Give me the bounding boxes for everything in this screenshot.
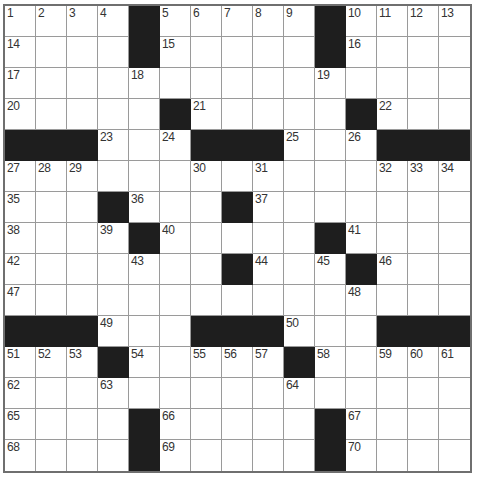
block-r5c15	[439, 130, 470, 161]
clue-number: 52	[38, 347, 51, 361]
cell-r11c12[interactable]	[346, 316, 377, 347]
cell-r6c7[interactable]: 30	[191, 161, 222, 192]
cell-r13c10[interactable]: 64	[284, 378, 315, 409]
block-r15c11	[315, 440, 346, 471]
cell-r6c6[interactable]	[160, 161, 191, 192]
cell-r14c2[interactable]	[36, 409, 67, 440]
block-r11c7	[191, 316, 222, 347]
cell-r7c3[interactable]	[67, 192, 98, 223]
cell-r5c6[interactable]: 24	[160, 130, 191, 161]
cell-r12c2[interactable]: 52	[36, 347, 67, 378]
clue-number: 21	[193, 99, 206, 113]
cell-r12c12[interactable]	[346, 347, 377, 378]
cell-r6c4[interactable]	[98, 161, 129, 192]
clue-number: 54	[131, 347, 144, 361]
cell-r10c7[interactable]	[191, 285, 222, 316]
cell-r15c4[interactable]	[98, 440, 129, 471]
cell-r2c4[interactable]	[98, 37, 129, 68]
clue-number: 44	[255, 254, 268, 268]
cell-r8c9[interactable]	[253, 223, 284, 254]
clue-number: 46	[379, 254, 392, 268]
clue-number: 63	[100, 378, 113, 392]
cell-r10c2[interactable]	[36, 285, 67, 316]
cell-r14c4[interactable]	[98, 409, 129, 440]
cell-r14c15[interactable]	[439, 409, 470, 440]
cell-r8c3[interactable]	[67, 223, 98, 254]
block-r7c4	[98, 192, 129, 223]
block-r4c6	[160, 99, 191, 130]
block-r11c13	[377, 316, 408, 347]
cell-r1c15[interactable]: 13	[439, 6, 470, 37]
clue-number: 45	[317, 254, 330, 268]
clue-number: 22	[379, 99, 392, 113]
cell-r6c2[interactable]: 28	[36, 161, 67, 192]
block-r15c5	[129, 440, 160, 471]
cell-r7c1[interactable]: 35	[5, 192, 36, 223]
cell-r15c10[interactable]	[284, 440, 315, 471]
clue-number: 38	[7, 223, 20, 237]
cell-r10c5[interactable]	[129, 285, 160, 316]
cell-r10c9[interactable]	[253, 285, 284, 316]
block-r1c11	[315, 6, 346, 37]
block-r11c9	[253, 316, 284, 347]
cell-r1c8[interactable]: 7	[222, 6, 253, 37]
cell-r14c9[interactable]	[253, 409, 284, 440]
cell-r15c7[interactable]	[191, 440, 222, 471]
clue-number: 19	[317, 68, 330, 82]
clue-number: 24	[162, 130, 175, 144]
cell-r7c15[interactable]	[439, 192, 470, 223]
cell-r4c7[interactable]: 21	[191, 99, 222, 130]
cell-r2c7[interactable]	[191, 37, 222, 68]
cell-r1c3[interactable]: 3	[67, 6, 98, 37]
cell-r6c9[interactable]: 31	[253, 161, 284, 192]
clue-number: 20	[7, 99, 20, 113]
cell-r3c7[interactable]	[191, 68, 222, 99]
cell-r1c7[interactable]: 6	[191, 6, 222, 37]
cell-r4c10[interactable]	[284, 99, 315, 130]
block-r5c8	[222, 130, 253, 161]
clue-number: 68	[7, 440, 20, 454]
cell-r3c5[interactable]: 18	[129, 68, 160, 99]
cell-r9c15[interactable]	[439, 254, 470, 285]
cell-r7c14[interactable]	[408, 192, 439, 223]
clue-number: 60	[410, 347, 423, 361]
block-r9c12	[346, 254, 377, 285]
block-r5c1	[5, 130, 36, 161]
clue-number: 70	[348, 440, 361, 454]
block-r5c7	[191, 130, 222, 161]
cell-r5c10[interactable]: 25	[284, 130, 315, 161]
clue-number: 27	[7, 161, 20, 175]
cell-r8c10[interactable]	[284, 223, 315, 254]
clue-number: 12	[410, 6, 423, 20]
cell-r4c5[interactable]	[129, 99, 160, 130]
clue-number: 32	[379, 161, 392, 175]
clue-number: 50	[286, 316, 299, 330]
cell-r13c14[interactable]	[408, 378, 439, 409]
cell-r15c1[interactable]: 68	[5, 440, 36, 471]
clue-number: 11	[379, 6, 391, 20]
cell-r15c13[interactable]	[377, 440, 408, 471]
cell-r10c6[interactable]	[160, 285, 191, 316]
clue-number: 33	[410, 161, 423, 175]
cell-r4c14[interactable]	[408, 99, 439, 130]
cell-r2c10[interactable]	[284, 37, 315, 68]
block-r14c5	[129, 409, 160, 440]
cell-r9c13[interactable]: 46	[377, 254, 408, 285]
clue-number: 57	[255, 347, 268, 361]
clue-number: 37	[255, 192, 268, 206]
cell-r13c7[interactable]	[191, 378, 222, 409]
clue-number: 5	[162, 6, 168, 20]
clue-number: 39	[100, 223, 113, 237]
cell-r13c3[interactable]	[67, 378, 98, 409]
cell-r7c10[interactable]	[284, 192, 315, 223]
cell-r11c4[interactable]: 49	[98, 316, 129, 347]
cell-r11c5[interactable]	[129, 316, 160, 347]
cell-r12c11[interactable]: 58	[315, 347, 346, 378]
clue-number: 41	[348, 223, 361, 237]
cell-r2c3[interactable]	[67, 37, 98, 68]
cell-r1c2[interactable]: 2	[36, 6, 67, 37]
cell-r12c6[interactable]	[160, 347, 191, 378]
cell-r15c9[interactable]	[253, 440, 284, 471]
cell-r1c6[interactable]: 5	[160, 6, 191, 37]
block-r1c5	[129, 6, 160, 37]
clue-number: 9	[286, 6, 292, 20]
cell-r8c14[interactable]	[408, 223, 439, 254]
clue-number: 16	[348, 37, 361, 51]
cell-r13c15[interactable]	[439, 378, 470, 409]
cell-r12c9[interactable]: 57	[253, 347, 284, 378]
cell-r10c4[interactable]	[98, 285, 129, 316]
cell-r13c8[interactable]	[222, 378, 253, 409]
cell-r2c6[interactable]: 15	[160, 37, 191, 68]
clue-number: 69	[162, 440, 175, 454]
cell-r8c4[interactable]: 39	[98, 223, 129, 254]
cell-r15c15[interactable]	[439, 440, 470, 471]
cell-r8c15[interactable]	[439, 223, 470, 254]
cell-r1c1[interactable]: 1	[5, 6, 36, 37]
cell-r12c14[interactable]: 60	[408, 347, 439, 378]
cell-r7c13[interactable]	[377, 192, 408, 223]
cell-r13c5[interactable]	[129, 378, 160, 409]
clue-number: 3	[69, 6, 75, 20]
crossword-grid: 1234567891011121314151617181920212223242…	[3, 4, 472, 473]
cell-r15c8[interactable]	[222, 440, 253, 471]
clue-number: 62	[7, 378, 20, 392]
cell-r9c3[interactable]	[67, 254, 98, 285]
cell-r5c4[interactable]: 23	[98, 130, 129, 161]
block-r11c8	[222, 316, 253, 347]
cell-r8c13[interactable]	[377, 223, 408, 254]
cell-r13c12[interactable]	[346, 378, 377, 409]
clue-number: 31	[255, 161, 268, 175]
block-r8c5	[129, 223, 160, 254]
cell-r10c15[interactable]	[439, 285, 470, 316]
cell-r9c5[interactable]: 43	[129, 254, 160, 285]
cell-r13c4[interactable]: 63	[98, 378, 129, 409]
clue-number: 8	[255, 6, 261, 20]
cell-r10c3[interactable]	[67, 285, 98, 316]
cell-r6c8[interactable]	[222, 161, 253, 192]
cell-r7c6[interactable]	[160, 192, 191, 223]
block-r12c10	[284, 347, 315, 378]
cell-r7c11[interactable]	[315, 192, 346, 223]
cell-r6c3[interactable]: 29	[67, 161, 98, 192]
cell-r10c13[interactable]	[377, 285, 408, 316]
cell-r8c7[interactable]	[191, 223, 222, 254]
block-r8c11	[315, 223, 346, 254]
cell-r3c15[interactable]	[439, 68, 470, 99]
cell-r1c4[interactable]: 4	[98, 6, 129, 37]
cell-r12c7[interactable]: 55	[191, 347, 222, 378]
block-r5c2	[36, 130, 67, 161]
cell-r11c6[interactable]	[160, 316, 191, 347]
cell-r3c14[interactable]	[408, 68, 439, 99]
clue-number: 47	[7, 285, 20, 299]
cell-r7c5[interactable]: 36	[129, 192, 160, 223]
cell-r8c1[interactable]: 38	[5, 223, 36, 254]
block-r11c14	[408, 316, 439, 347]
clue-number: 40	[162, 223, 175, 237]
cell-r2c1[interactable]: 14	[5, 37, 36, 68]
block-r5c14	[408, 130, 439, 161]
cell-r4c9[interactable]	[253, 99, 284, 130]
cell-r14c12[interactable]: 67	[346, 409, 377, 440]
cell-r4c8[interactable]	[222, 99, 253, 130]
cell-r8c2[interactable]	[36, 223, 67, 254]
block-r5c3	[67, 130, 98, 161]
cell-r9c11[interactable]: 45	[315, 254, 346, 285]
cell-r3c13[interactable]	[377, 68, 408, 99]
clue-number: 67	[348, 409, 361, 423]
cell-r1c13[interactable]: 11	[377, 6, 408, 37]
cell-r14c1[interactable]: 65	[5, 409, 36, 440]
cell-r4c13[interactable]: 22	[377, 99, 408, 130]
cell-r14c13[interactable]	[377, 409, 408, 440]
clue-number: 29	[69, 161, 82, 175]
cell-r3c10[interactable]	[284, 68, 315, 99]
clue-number: 48	[348, 285, 361, 299]
block-r11c2	[36, 316, 67, 347]
cell-r7c9[interactable]: 37	[253, 192, 284, 223]
block-r5c13	[377, 130, 408, 161]
cell-r3c4[interactable]	[98, 68, 129, 99]
block-r2c11	[315, 37, 346, 68]
cell-r4c1[interactable]: 20	[5, 99, 36, 130]
cell-r12c13[interactable]: 59	[377, 347, 408, 378]
cell-r15c2[interactable]	[36, 440, 67, 471]
block-r11c3	[67, 316, 98, 347]
cell-r10c12[interactable]: 48	[346, 285, 377, 316]
cell-r4c3[interactable]	[67, 99, 98, 130]
clue-number: 15	[162, 37, 175, 51]
clue-number: 61	[441, 347, 454, 361]
cell-r3c6[interactable]	[160, 68, 191, 99]
cell-r7c12[interactable]	[346, 192, 377, 223]
cell-r9c14[interactable]	[408, 254, 439, 285]
cell-r4c11[interactable]	[315, 99, 346, 130]
cell-r3c1[interactable]: 17	[5, 68, 36, 99]
cell-r12c1[interactable]: 51	[5, 347, 36, 378]
cell-r15c14[interactable]	[408, 440, 439, 471]
cell-r14c14[interactable]	[408, 409, 439, 440]
cell-r11c11[interactable]	[315, 316, 346, 347]
clue-number: 51	[7, 347, 20, 361]
cell-r6c15[interactable]: 34	[439, 161, 470, 192]
cell-r6c10[interactable]	[284, 161, 315, 192]
cell-r15c6[interactable]: 69	[160, 440, 191, 471]
clue-number: 7	[224, 6, 230, 20]
cell-r14c10[interactable]	[284, 409, 315, 440]
block-r5c9	[253, 130, 284, 161]
cell-r2c8[interactable]	[222, 37, 253, 68]
cell-r12c15[interactable]: 61	[439, 347, 470, 378]
cell-r14c7[interactable]	[191, 409, 222, 440]
clue-number: 28	[38, 161, 51, 175]
cell-r8c6[interactable]: 40	[160, 223, 191, 254]
clue-number: 26	[348, 130, 361, 144]
clue-number: 13	[441, 6, 454, 20]
clue-number: 49	[100, 316, 113, 330]
cell-r1c12[interactable]: 10	[346, 6, 377, 37]
clue-number: 2	[38, 6, 44, 20]
cell-r2c2[interactable]	[36, 37, 67, 68]
cell-r4c15[interactable]	[439, 99, 470, 130]
cell-r5c11[interactable]	[315, 130, 346, 161]
clue-number: 64	[286, 378, 299, 392]
cell-r6c14[interactable]: 33	[408, 161, 439, 192]
clue-number: 14	[7, 37, 20, 51]
cell-r1c10[interactable]: 9	[284, 6, 315, 37]
cell-r2c14[interactable]	[408, 37, 439, 68]
cell-r5c12[interactable]: 26	[346, 130, 377, 161]
clue-number: 55	[193, 347, 206, 361]
clue-number: 30	[193, 161, 206, 175]
cell-r7c2[interactable]	[36, 192, 67, 223]
cell-r15c3[interactable]	[67, 440, 98, 471]
cell-r13c2[interactable]	[36, 378, 67, 409]
cell-r7c7[interactable]	[191, 192, 222, 223]
clue-number: 65	[7, 409, 20, 423]
cell-r13c11[interactable]	[315, 378, 346, 409]
cell-r13c13[interactable]	[377, 378, 408, 409]
clue-number: 10	[348, 6, 361, 20]
clue-number: 66	[162, 409, 175, 423]
cell-r15c12[interactable]: 70	[346, 440, 377, 471]
cell-r14c3[interactable]	[67, 409, 98, 440]
cell-r4c4[interactable]	[98, 99, 129, 130]
cell-r9c4[interactable]	[98, 254, 129, 285]
clue-number: 36	[131, 192, 144, 206]
cell-r11c10[interactable]: 50	[284, 316, 315, 347]
cell-r2c13[interactable]	[377, 37, 408, 68]
cell-r8c8[interactable]	[222, 223, 253, 254]
cell-r1c9[interactable]: 8	[253, 6, 284, 37]
cell-r9c6[interactable]	[160, 254, 191, 285]
clue-number: 43	[131, 254, 144, 268]
cell-r10c14[interactable]	[408, 285, 439, 316]
clue-number: 1	[7, 6, 13, 20]
cell-r12c3[interactable]: 53	[67, 347, 98, 378]
cell-r3c2[interactable]	[36, 68, 67, 99]
cell-r2c15[interactable]	[439, 37, 470, 68]
clue-number: 18	[131, 68, 144, 82]
block-r14c11	[315, 409, 346, 440]
clue-number: 34	[441, 161, 454, 175]
clue-number: 53	[69, 347, 82, 361]
clue-number: 56	[224, 347, 237, 361]
clue-number: 23	[100, 130, 113, 144]
clue-number: 42	[7, 254, 20, 268]
cell-r13c1[interactable]: 62	[5, 378, 36, 409]
cell-r2c9[interactable]	[253, 37, 284, 68]
cell-r6c5[interactable]	[129, 161, 160, 192]
cell-r10c11[interactable]	[315, 285, 346, 316]
cell-r13c9[interactable]	[253, 378, 284, 409]
cell-r14c6[interactable]: 66	[160, 409, 191, 440]
block-r4c12	[346, 99, 377, 130]
clue-number: 17	[7, 68, 20, 82]
cell-r9c7[interactable]	[191, 254, 222, 285]
block-r9c8	[222, 254, 253, 285]
clue-number: 4	[100, 6, 106, 20]
clue-number: 25	[286, 130, 299, 144]
cell-r1c14[interactable]: 12	[408, 6, 439, 37]
cell-r12c8[interactable]: 56	[222, 347, 253, 378]
cell-r9c10[interactable]	[284, 254, 315, 285]
cell-r8c12[interactable]: 41	[346, 223, 377, 254]
clue-number: 6	[193, 6, 199, 20]
cell-r3c8[interactable]	[222, 68, 253, 99]
cell-r12c5[interactable]: 54	[129, 347, 160, 378]
cell-r6c13[interactable]: 32	[377, 161, 408, 192]
cell-r3c12[interactable]	[346, 68, 377, 99]
block-r2c5	[129, 37, 160, 68]
cell-r6c11[interactable]	[315, 161, 346, 192]
cell-r3c3[interactable]	[67, 68, 98, 99]
cell-r6c1[interactable]: 27	[5, 161, 36, 192]
cell-r13c6[interactable]	[160, 378, 191, 409]
clue-number: 58	[317, 347, 330, 361]
cell-r4c2[interactable]	[36, 99, 67, 130]
clue-number: 35	[7, 192, 20, 206]
block-r7c8	[222, 192, 253, 223]
cell-r10c10[interactable]	[284, 285, 315, 316]
cell-r9c2[interactable]	[36, 254, 67, 285]
block-r12c4	[98, 347, 129, 378]
cell-r10c1[interactable]: 47	[5, 285, 36, 316]
cell-r5c5[interactable]	[129, 130, 160, 161]
cell-r10c8[interactable]	[222, 285, 253, 316]
cell-r14c8[interactable]	[222, 409, 253, 440]
cell-r9c9[interactable]: 44	[253, 254, 284, 285]
block-r11c1	[5, 316, 36, 347]
cell-r3c9[interactable]	[253, 68, 284, 99]
cell-r3c11[interactable]: 19	[315, 68, 346, 99]
cell-r9c1[interactable]: 42	[5, 254, 36, 285]
cell-r2c12[interactable]: 16	[346, 37, 377, 68]
cell-r6c12[interactable]	[346, 161, 377, 192]
crossword-board: 1234567891011121314151617181920212223242…	[3, 4, 472, 473]
block-r11c15	[439, 316, 470, 347]
clue-number: 59	[379, 347, 392, 361]
